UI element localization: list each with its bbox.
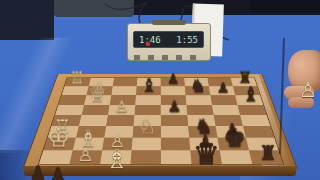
square-e5 — [161, 115, 188, 126]
piece-bR-h8: ♜ — [258, 143, 277, 164]
piece-wN-f4: ♘ — [137, 116, 156, 137]
square-a5: ♟ — [161, 78, 185, 86]
square-d7 — [212, 105, 240, 115]
square-b5 — [161, 86, 186, 95]
piece-wP-d3: ♙ — [114, 99, 128, 114]
piece-bB-b4: ♝ — [140, 76, 157, 95]
square-c4 — [135, 95, 161, 105]
piece-wP-h2: ♙ — [77, 146, 93, 164]
captured-black-pawn: ♟ — [49, 165, 67, 180]
square-g4 — [132, 138, 161, 151]
chessboard-scene: ♖♟♜♙♝♞♟♕♝♙♟♖♘♞♟♔♗♙♟♚♙♜ — [22, 38, 298, 170]
square-c6 — [186, 95, 212, 105]
piece-wQ-c2: ♕ — [87, 83, 106, 104]
square-h4 — [130, 150, 160, 164]
captured-white-pawn: ♙ — [299, 80, 317, 100]
square-d5: ♟ — [161, 105, 187, 115]
captured-black-pawn: ♟ — [29, 163, 47, 180]
captured-white-bishop: ♗ — [105, 146, 128, 172]
captured-black-queen: ♛ — [193, 139, 220, 169]
chessboard: ♖♟♜♙♝♞♟♕♝♙♟♖♘♞♟♔♗♙♟♚♙♜ — [22, 74, 298, 170]
square-c7 — [210, 95, 237, 105]
square-e3 — [106, 115, 134, 126]
square-b1 — [62, 86, 89, 95]
square-d2 — [82, 105, 110, 115]
piece-bK-g7: ♚ — [223, 124, 246, 150]
square-f5 — [161, 126, 189, 138]
broadcast-frame: 1:46 1:55 ♖♟♜♙♝♞♟♕♝♙♟♖♘♞♟♔♗♙♟♚♙♜ ♟ ♟ ♗ ♛… — [0, 0, 320, 180]
piece-bP-b7: ♟ — [216, 81, 229, 95]
square-b3 — [111, 86, 137, 95]
clock-rocker-lever — [152, 20, 186, 25]
square-c1 — [59, 95, 87, 105]
square-d4 — [134, 105, 160, 115]
board-grid: ♖♟♜♙♝♞♟♕♝♙♟♖♘♞♟♔♗♙♟♚♙♜ — [38, 78, 284, 165]
square-h8: ♜ — [249, 150, 283, 164]
square-d3: ♙ — [108, 105, 135, 115]
square-c8: ♝ — [235, 95, 263, 105]
square-h5 — [161, 150, 192, 164]
piece-bP-d5: ♟ — [167, 99, 181, 114]
square-c2: ♕ — [84, 95, 111, 105]
square-a3 — [113, 78, 138, 86]
square-h7 — [220, 150, 253, 164]
piece-bP-a5: ♟ — [167, 72, 179, 86]
square-h2: ♙ — [69, 150, 102, 164]
square-f4: ♘ — [133, 126, 161, 138]
square-b6: ♞ — [185, 86, 211, 95]
square-d8 — [238, 105, 267, 115]
background-dark-object — [0, 0, 54, 40]
square-d1 — [55, 105, 84, 115]
piece-bN-b6: ♞ — [190, 77, 206, 95]
square-b7: ♟ — [209, 86, 235, 95]
square-f8 — [243, 126, 274, 138]
piece-wK-g1: ♔ — [47, 124, 70, 150]
square-g7: ♚ — [218, 138, 250, 151]
square-d6 — [186, 105, 213, 115]
piece-wR-a1: ♖ — [69, 70, 84, 86]
square-g5 — [161, 138, 190, 151]
square-b4: ♝ — [136, 86, 161, 95]
piece-bB-c8: ♝ — [241, 85, 259, 105]
square-g1: ♔ — [43, 138, 75, 151]
